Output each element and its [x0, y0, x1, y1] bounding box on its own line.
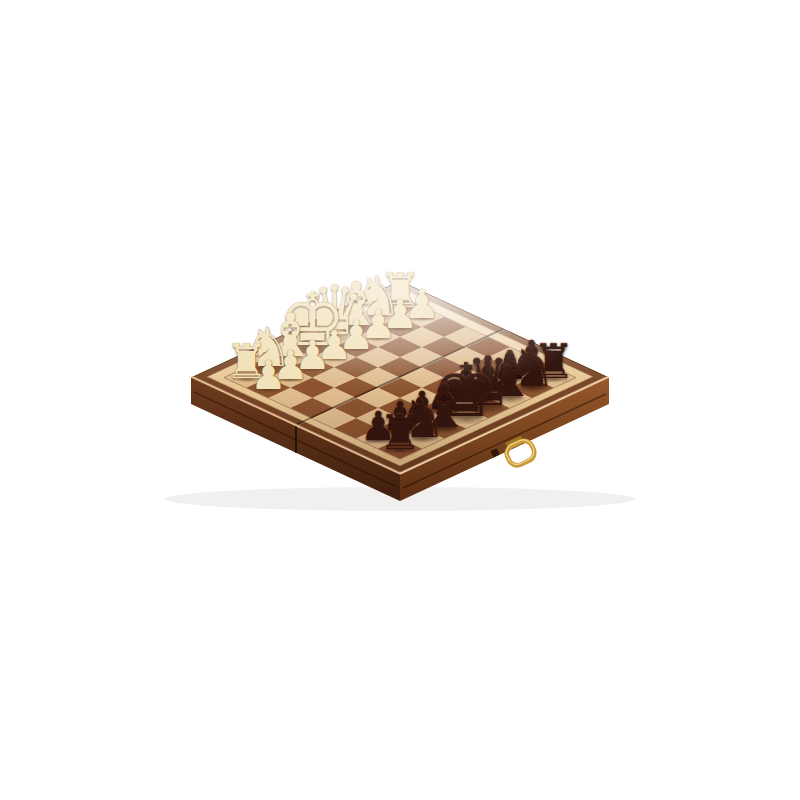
- black-rook: ♜: [378, 408, 421, 456]
- chess-set-product-photo: ♜♟♞♟♝♟♛♟♚♟♝♟♟♞♜♟♟♜♞♟♟♝♟♛♟♚♟♝♟♞♟♜: [0, 0, 800, 800]
- pieces-layer: ♜♟♞♟♝♟♛♟♚♟♝♟♟♞♜♟♟♜♞♟♟♝♟♛♟♚♟♝♟♞♟♜: [0, 0, 800, 800]
- white-pawn: ♟: [251, 355, 287, 395]
